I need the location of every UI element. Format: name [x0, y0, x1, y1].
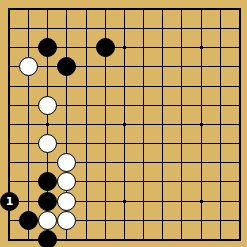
star-point	[123, 123, 126, 126]
star-point	[200, 46, 203, 49]
go-diagram: 1	[0, 0, 247, 247]
white-stone	[38, 211, 57, 230]
star-point	[123, 200, 126, 203]
move-number-label: 1	[6, 196, 14, 207]
black-stone	[38, 192, 57, 211]
white-stone	[57, 192, 76, 211]
star-point	[200, 200, 203, 203]
grid-line-vertical	[162, 10, 163, 240]
black-stone	[19, 211, 38, 230]
grid-line-vertical	[143, 10, 144, 240]
star-point	[46, 123, 49, 126]
black-stone: 1	[0, 192, 19, 211]
star-point	[123, 46, 126, 49]
black-stone	[38, 230, 57, 247]
go-board[interactable]: 1	[0, 0, 247, 247]
grid-line-horizontal	[10, 162, 240, 163]
grid-line-vertical	[220, 10, 221, 240]
black-stone	[96, 38, 115, 57]
white-stone	[38, 96, 57, 115]
grid-line-vertical	[181, 10, 182, 240]
star-point	[200, 123, 203, 126]
